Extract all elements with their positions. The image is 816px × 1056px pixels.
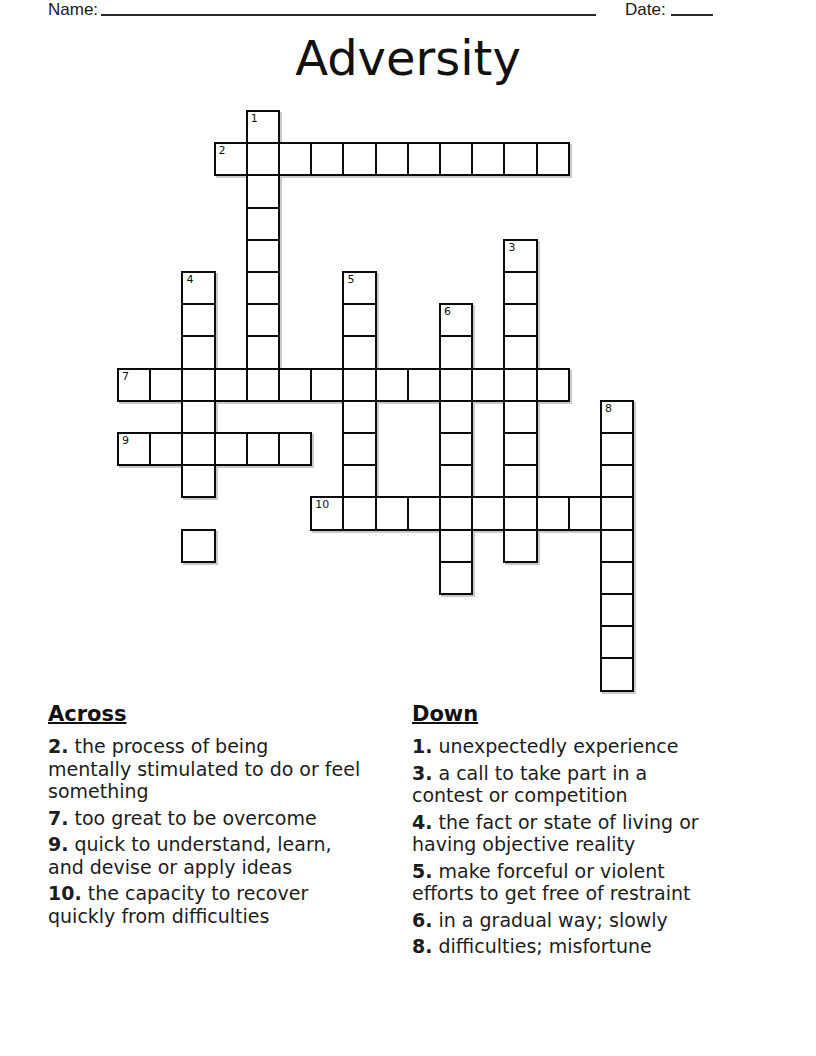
grid-cell[interactable] — [439, 529, 473, 563]
grid-cell[interactable] — [246, 174, 280, 208]
grid-cell[interactable] — [439, 142, 473, 176]
clue-number: 2 — [219, 144, 226, 157]
grid-cell[interactable] — [375, 496, 409, 530]
grid-cell[interactable] — [342, 400, 376, 434]
across-clue: 9. quick to understand, learn,and devise… — [48, 833, 418, 878]
grid-cell[interactable] — [342, 142, 376, 176]
grid-cell[interactable] — [407, 368, 441, 402]
clue-number: 7 — [122, 370, 129, 383]
grid-cell[interactable]: 10 — [310, 496, 344, 530]
grid-cell[interactable] — [439, 496, 473, 530]
puzzle-title: Adversity — [0, 33, 816, 83]
grid-cell[interactable] — [600, 432, 634, 466]
grid-cell[interactable] — [407, 496, 441, 530]
grid-cell[interactable] — [439, 464, 473, 498]
grid-cell[interactable] — [181, 432, 215, 466]
grid-cell[interactable] — [181, 303, 215, 337]
grid-cell[interactable] — [246, 271, 280, 305]
grid-cell[interactable] — [181, 335, 215, 369]
grid-cell[interactable] — [503, 271, 537, 305]
grid-cell[interactable] — [310, 142, 344, 176]
grid-cell[interactable] — [214, 432, 248, 466]
grid-cell[interactable] — [246, 142, 280, 176]
grid-cell[interactable] — [503, 142, 537, 176]
grid-cell[interactable] — [342, 335, 376, 369]
clue-number: 6 — [444, 305, 451, 318]
grid-cell[interactable] — [439, 561, 473, 595]
clue-number-label: 5. — [412, 860, 432, 882]
grid-cell[interactable]: 2 — [214, 142, 248, 176]
grid-cell[interactable] — [149, 368, 183, 402]
grid-cell[interactable] — [536, 496, 570, 530]
grid-cell[interactable] — [246, 432, 280, 466]
clue-number-label: 9. — [48, 833, 68, 855]
clue-number-label: 6. — [412, 909, 432, 931]
grid-cell[interactable] — [181, 464, 215, 498]
clue-number: 1 — [251, 112, 258, 125]
grid-cell[interactable] — [181, 368, 215, 402]
date-fill-line[interactable] — [671, 0, 713, 16]
clue-number: 3 — [508, 241, 515, 254]
grid-cell[interactable] — [439, 368, 473, 402]
grid-cell[interactable] — [600, 561, 634, 595]
name-fill-line[interactable] — [101, 0, 596, 16]
grid-cell[interactable] — [503, 464, 537, 498]
clue-number-label: 4. — [412, 811, 432, 833]
grid-cell[interactable] — [278, 432, 312, 466]
grid-cell[interactable] — [439, 335, 473, 369]
across-header: Across — [48, 702, 418, 727]
grid-cell[interactable]: 1 — [246, 110, 280, 144]
grid-cell[interactable] — [181, 400, 215, 434]
grid-cell[interactable]: 8 — [600, 400, 634, 434]
grid-cell[interactable] — [471, 368, 505, 402]
grid-cell[interactable] — [246, 368, 280, 402]
grid-cell[interactable] — [600, 593, 634, 627]
clue-number-label: 3. — [412, 762, 432, 784]
grid-cell[interactable]: 6 — [439, 303, 473, 337]
grid-cell[interactable] — [600, 464, 634, 498]
clue-number-label: 8. — [412, 935, 432, 957]
grid-cell[interactable] — [246, 239, 280, 273]
grid-cell[interactable] — [214, 368, 248, 402]
clue-number: 4 — [186, 273, 193, 286]
grid-cell[interactable] — [310, 368, 344, 402]
grid-cell[interactable]: 9 — [117, 432, 151, 466]
grid-cell[interactable]: 7 — [117, 368, 151, 402]
down-clue: 4. the fact or state of living orhaving … — [412, 811, 782, 856]
clue-number: 8 — [605, 402, 612, 415]
grid-cell[interactable]: 3 — [503, 239, 537, 273]
down-header: Down — [412, 702, 782, 727]
grid-cell[interactable] — [246, 303, 280, 337]
grid-cell[interactable] — [246, 207, 280, 241]
grid-cell[interactable] — [471, 142, 505, 176]
grid-cell[interactable] — [149, 432, 183, 466]
date-label: Date: — [625, 0, 666, 20]
clue-number-label: 2. — [48, 735, 68, 757]
grid-cell[interactable] — [503, 335, 537, 369]
grid-cell[interactable] — [536, 142, 570, 176]
grid-cell[interactable] — [503, 496, 537, 530]
clue-number-label: 10. — [48, 882, 82, 904]
grid-cell[interactable] — [342, 303, 376, 337]
down-clues-column: Down 1. unexpectedly experience3. a call… — [412, 702, 782, 962]
grid-cell[interactable] — [246, 335, 280, 369]
grid-cell[interactable] — [342, 464, 376, 498]
clue-number: 9 — [122, 434, 129, 447]
grid-cell[interactable] — [181, 529, 215, 563]
grid-cell[interactable] — [503, 368, 537, 402]
grid-cell[interactable] — [600, 625, 634, 659]
grid-cell[interactable] — [503, 529, 537, 563]
down-clue: 1. unexpectedly experience — [412, 735, 782, 758]
down-clue: 3. a call to take part in acontest or co… — [412, 762, 782, 807]
grid-cell[interactable] — [600, 496, 634, 530]
grid-cell[interactable] — [439, 400, 473, 434]
grid-cell[interactable] — [568, 496, 602, 530]
clue-number-label: 7. — [48, 807, 68, 829]
grid-cell[interactable]: 5 — [342, 271, 376, 305]
down-clue: 6. in a gradual way; slowly — [412, 909, 782, 932]
worksheet-page: Name: Date: Adversity 12345678910 Across… — [0, 0, 816, 1056]
across-clue: 2. the process of beingmentally stimulat… — [48, 735, 418, 803]
down-clue-list: 1. unexpectedly experience3. a call to t… — [412, 735, 782, 958]
clue-number: 5 — [347, 273, 354, 286]
down-clue: 5. make forceful or violentefforts to ge… — [412, 860, 782, 905]
grid-cell[interactable] — [278, 142, 312, 176]
across-clues-column: Across 2. the process of beingmentally s… — [48, 702, 418, 931]
grid-cell[interactable] — [342, 496, 376, 530]
grid-cell[interactable] — [342, 432, 376, 466]
grid-cell[interactable] — [503, 400, 537, 434]
grid-cell[interactable] — [503, 303, 537, 337]
grid-cell[interactable] — [600, 657, 634, 691]
down-clue: 8. difficulties; misfortune — [412, 935, 782, 958]
grid-cell[interactable] — [278, 368, 312, 402]
grid-cell[interactable] — [536, 368, 570, 402]
grid-cell[interactable] — [600, 529, 634, 563]
across-clue: 7. too great to be overcome — [48, 807, 418, 830]
clue-number: 10 — [315, 498, 329, 511]
grid-cell[interactable] — [439, 432, 473, 466]
grid-cell[interactable]: 4 — [181, 271, 215, 305]
grid-cell[interactable] — [503, 432, 537, 466]
grid-cell[interactable] — [407, 142, 441, 176]
grid-cell[interactable] — [342, 368, 376, 402]
grid-cell[interactable] — [375, 142, 409, 176]
name-label: Name: — [48, 0, 98, 20]
across-clue: 10. the capacity to recoverquickly from … — [48, 882, 418, 927]
across-clue-list: 2. the process of beingmentally stimulat… — [48, 735, 418, 927]
grid-cell[interactable] — [471, 496, 505, 530]
grid-cell[interactable] — [375, 368, 409, 402]
clue-number-label: 1. — [412, 735, 432, 757]
